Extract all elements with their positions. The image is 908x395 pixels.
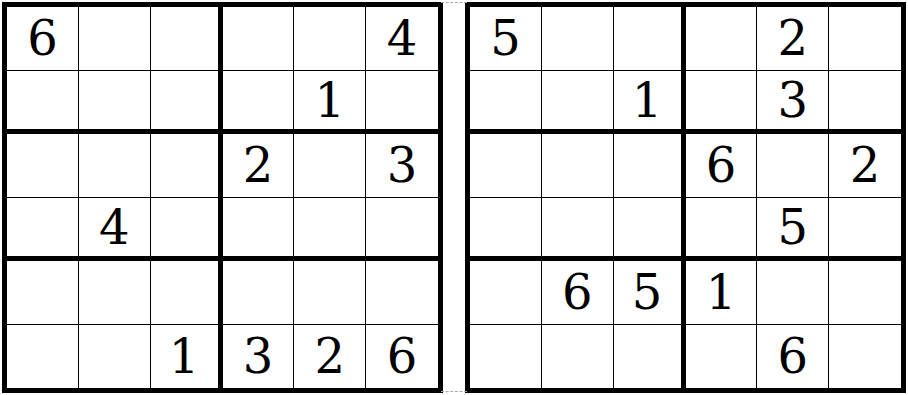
cell-r4c1[interactable] [470, 198, 542, 262]
cell-r5c1[interactable] [470, 261, 542, 325]
cell-r5c5[interactable] [294, 261, 366, 325]
cell-r5c5[interactable] [757, 261, 829, 325]
cell-r5c4: 1 [686, 261, 758, 325]
cell-r4c6[interactable] [829, 198, 901, 262]
cell-r3c1[interactable] [470, 134, 542, 198]
cell-r4c5: 5 [757, 198, 829, 262]
cell-r4c2: 4 [79, 198, 151, 262]
cell-r2c5: 3 [757, 71, 829, 135]
cell-r6c4: 3 [223, 325, 295, 389]
sudoku-board-right: 52136256516 [465, 2, 906, 393]
cell-r6c1[interactable] [470, 325, 542, 389]
cell-r2c2[interactable] [542, 71, 614, 135]
cell-r2c1[interactable] [470, 71, 542, 135]
cell-r5c1[interactable] [7, 261, 79, 325]
cell-r3c3[interactable] [151, 134, 223, 198]
cell-r1c6: 4 [366, 7, 438, 71]
cell-r3c6: 2 [829, 134, 901, 198]
cell-r2c3[interactable] [151, 71, 223, 135]
cell-r6c1[interactable] [7, 325, 79, 389]
cell-r3c5[interactable] [294, 134, 366, 198]
cell-r6c6[interactable] [829, 325, 901, 389]
cell-r3c4: 6 [686, 134, 758, 198]
cell-r1c6[interactable] [829, 7, 901, 71]
cell-r5c2: 6 [542, 261, 614, 325]
cell-r4c4[interactable] [223, 198, 295, 262]
cell-r4c5[interactable] [294, 198, 366, 262]
cell-r6c3: 1 [151, 325, 223, 389]
cell-r2c1[interactable] [7, 71, 79, 135]
cell-r3c2[interactable] [79, 134, 151, 198]
cell-r1c1: 6 [7, 7, 79, 71]
cell-r1c5[interactable] [294, 7, 366, 71]
page-cut-mark-bottom [441, 391, 467, 392]
cell-r5c6[interactable] [829, 261, 901, 325]
cell-r1c2[interactable] [79, 7, 151, 71]
cell-r3c4: 2 [223, 134, 295, 198]
cell-r4c1[interactable] [7, 198, 79, 262]
cell-r5c3: 5 [614, 261, 686, 325]
cell-r2c5: 1 [294, 71, 366, 135]
cell-r5c3[interactable] [151, 261, 223, 325]
cell-r4c2[interactable] [542, 198, 614, 262]
cell-r4c6[interactable] [366, 198, 438, 262]
cell-r5c2[interactable] [79, 261, 151, 325]
cell-r6c2[interactable] [542, 325, 614, 389]
cell-r6c3[interactable] [614, 325, 686, 389]
cell-r4c3[interactable] [614, 198, 686, 262]
cell-r2c6[interactable] [829, 71, 901, 135]
cell-r4c3[interactable] [151, 198, 223, 262]
cell-r1c1: 5 [470, 7, 542, 71]
cell-r3c6: 3 [366, 134, 438, 198]
cell-r1c3[interactable] [614, 7, 686, 71]
cell-r6c5: 2 [294, 325, 366, 389]
cell-r2c3: 1 [614, 71, 686, 135]
cell-r1c5: 2 [757, 7, 829, 71]
cell-r1c4[interactable] [223, 7, 295, 71]
cell-r5c6[interactable] [366, 261, 438, 325]
cell-r1c3[interactable] [151, 7, 223, 71]
sudoku-board-left: 6412341326 [2, 2, 443, 393]
sudoku-worksheet: 6412341326 52136256516 [0, 0, 908, 395]
cell-r2c2[interactable] [79, 71, 151, 135]
cell-r3c5[interactable] [757, 134, 829, 198]
cell-r5c4[interactable] [223, 261, 295, 325]
cell-r3c1[interactable] [7, 134, 79, 198]
cell-r4c4[interactable] [686, 198, 758, 262]
cell-r1c4[interactable] [686, 7, 758, 71]
cell-r1c2[interactable] [542, 7, 614, 71]
cell-r2c6[interactable] [366, 71, 438, 135]
cell-r6c5: 6 [757, 325, 829, 389]
cell-r2c4[interactable] [686, 71, 758, 135]
cell-r3c3[interactable] [614, 134, 686, 198]
cell-r6c2[interactable] [79, 325, 151, 389]
cell-r3c2[interactable] [542, 134, 614, 198]
cell-r6c6: 6 [366, 325, 438, 389]
page-cut-mark-top [441, 2, 467, 3]
cell-r6c4[interactable] [686, 325, 758, 389]
cell-r2c4[interactable] [223, 71, 295, 135]
